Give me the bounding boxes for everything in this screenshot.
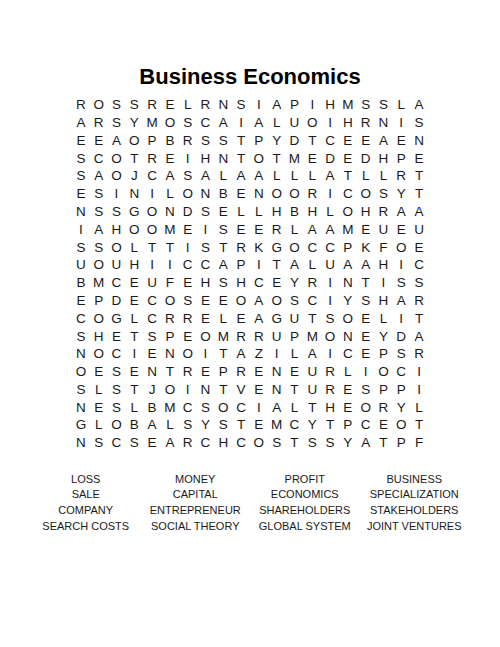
grid-cell[interactable]: E bbox=[392, 221, 410, 239]
grid-cell[interactable]: N bbox=[197, 381, 215, 399]
grid-cell[interactable]: O bbox=[143, 221, 161, 239]
grid-cell[interactable]: T bbox=[286, 434, 304, 452]
grid-cell[interactable]: L bbox=[179, 96, 197, 114]
grid-cell[interactable]: O bbox=[214, 399, 232, 417]
grid-cell[interactable]: M bbox=[161, 399, 179, 417]
grid-cell[interactable]: S bbox=[410, 274, 428, 292]
grid-cell[interactable]: C bbox=[108, 434, 126, 452]
grid-cell[interactable]: E bbox=[108, 327, 126, 345]
grid-cell[interactable]: N bbox=[375, 114, 393, 132]
grid-cell[interactable]: P bbox=[339, 238, 357, 256]
grid-cell[interactable]: Y bbox=[303, 416, 321, 434]
grid-cell[interactable]: S bbox=[286, 292, 304, 310]
grid-cell[interactable]: E bbox=[90, 132, 108, 150]
grid-cell[interactable]: K bbox=[357, 238, 375, 256]
grid-cell[interactable]: H bbox=[375, 149, 393, 167]
grid-cell[interactable]: O bbox=[250, 434, 268, 452]
grid-cell[interactable]: A bbox=[250, 292, 268, 310]
grid-cell[interactable]: D bbox=[286, 132, 304, 150]
grid-cell[interactable]: P bbox=[232, 256, 250, 274]
grid-cell[interactable]: R bbox=[90, 114, 108, 132]
grid-cell[interactable]: U bbox=[143, 274, 161, 292]
grid-cell[interactable]: E bbox=[357, 310, 375, 328]
grid-cell[interactable]: F bbox=[375, 238, 393, 256]
grid-cell[interactable]: I bbox=[143, 256, 161, 274]
grid-cell[interactable]: R bbox=[143, 96, 161, 114]
grid-cell[interactable]: L bbox=[161, 416, 179, 434]
grid-cell[interactable]: R bbox=[232, 363, 250, 381]
grid-cell[interactable]: O bbox=[90, 256, 108, 274]
grid-cell[interactable]: I bbox=[321, 185, 339, 203]
grid-cell[interactable]: T bbox=[375, 434, 393, 452]
grid-cell[interactable]: G bbox=[108, 310, 126, 328]
grid-cell[interactable]: U bbox=[268, 327, 286, 345]
grid-cell[interactable]: G bbox=[268, 310, 286, 328]
grid-cell[interactable]: P bbox=[161, 327, 179, 345]
grid-cell[interactable]: T bbox=[410, 167, 428, 185]
grid-cell[interactable]: R bbox=[179, 434, 197, 452]
grid-cell[interactable]: L bbox=[303, 167, 321, 185]
grid-cell[interactable]: M bbox=[161, 221, 179, 239]
grid-cell[interactable]: O bbox=[339, 310, 357, 328]
grid-cell[interactable]: V bbox=[232, 381, 250, 399]
grid-cell[interactable]: N bbox=[339, 274, 357, 292]
grid-cell[interactable]: S bbox=[303, 434, 321, 452]
grid-cell[interactable]: S bbox=[108, 381, 126, 399]
grid-cell[interactable]: N bbox=[268, 381, 286, 399]
grid-cell[interactable]: C bbox=[339, 345, 357, 363]
grid-cell[interactable]: A bbox=[268, 399, 286, 417]
grid-cell[interactable]: I bbox=[250, 256, 268, 274]
grid-cell[interactable]: T bbox=[410, 416, 428, 434]
grid-cell[interactable]: L bbox=[90, 381, 108, 399]
grid-cell[interactable]: T bbox=[303, 132, 321, 150]
grid-cell[interactable]: N bbox=[143, 363, 161, 381]
grid-cell[interactable]: U bbox=[286, 114, 304, 132]
grid-cell[interactable]: R bbox=[250, 327, 268, 345]
grid-cell[interactable]: D bbox=[108, 292, 126, 310]
grid-cell[interactable]: D bbox=[321, 149, 339, 167]
grid-cell[interactable]: E bbox=[392, 132, 410, 150]
grid-cell[interactable]: T bbox=[303, 310, 321, 328]
grid-cell[interactable]: E bbox=[339, 149, 357, 167]
grid-cell[interactable]: E bbox=[214, 203, 232, 221]
grid-cell[interactable]: I bbox=[179, 238, 197, 256]
grid-cell[interactable]: H bbox=[303, 203, 321, 221]
grid-cell[interactable]: A bbox=[357, 256, 375, 274]
grid-cell[interactable]: B bbox=[125, 416, 143, 434]
grid-cell[interactable]: I bbox=[250, 399, 268, 417]
grid-cell[interactable]: R bbox=[410, 292, 428, 310]
grid-cell[interactable]: E bbox=[197, 292, 215, 310]
grid-cell[interactable]: A bbox=[90, 221, 108, 239]
grid-cell[interactable]: P bbox=[339, 416, 357, 434]
grid-cell[interactable]: S bbox=[214, 132, 232, 150]
grid-cell[interactable]: Y bbox=[375, 327, 393, 345]
grid-cell[interactable]: A bbox=[410, 96, 428, 114]
grid-cell[interactable]: B bbox=[214, 185, 232, 203]
grid-cell[interactable]: A bbox=[250, 310, 268, 328]
grid-cell[interactable]: P bbox=[392, 434, 410, 452]
grid-cell[interactable]: N bbox=[268, 363, 286, 381]
grid-cell[interactable]: S bbox=[197, 238, 215, 256]
grid-cell[interactable]: N bbox=[339, 327, 357, 345]
grid-cell[interactable]: S bbox=[72, 238, 90, 256]
grid-cell[interactable]: E bbox=[250, 221, 268, 239]
grid-cell[interactable]: E bbox=[214, 292, 232, 310]
grid-cell[interactable]: P bbox=[143, 132, 161, 150]
grid-cell[interactable]: O bbox=[90, 96, 108, 114]
grid-cell[interactable]: M bbox=[286, 149, 304, 167]
grid-cell[interactable]: N bbox=[410, 132, 428, 150]
grid-cell[interactable]: I bbox=[179, 381, 197, 399]
grid-cell[interactable]: A bbox=[410, 203, 428, 221]
grid-cell[interactable]: S bbox=[214, 416, 232, 434]
grid-cell[interactable]: T bbox=[357, 274, 375, 292]
grid-cell[interactable]: A bbox=[214, 114, 232, 132]
grid-cell[interactable]: C bbox=[357, 416, 375, 434]
grid-cell[interactable]: J bbox=[143, 381, 161, 399]
grid-cell[interactable]: M bbox=[339, 221, 357, 239]
grid-cell[interactable]: P bbox=[286, 96, 304, 114]
grid-cell[interactable]: R bbox=[375, 399, 393, 417]
grid-cell[interactable]: B bbox=[72, 274, 90, 292]
grid-cell[interactable]: S bbox=[108, 203, 126, 221]
grid-cell[interactable]: L bbox=[286, 167, 304, 185]
grid-cell[interactable]: C bbox=[108, 345, 126, 363]
grid-cell[interactable]: S bbox=[197, 399, 215, 417]
grid-cell[interactable]: Y bbox=[286, 274, 304, 292]
grid-cell[interactable]: S bbox=[179, 114, 197, 132]
grid-cell[interactable]: H bbox=[375, 256, 393, 274]
grid-cell[interactable]: I bbox=[357, 363, 375, 381]
grid-cell[interactable]: E bbox=[143, 345, 161, 363]
grid-cell[interactable]: Y bbox=[392, 399, 410, 417]
grid-cell[interactable]: M bbox=[143, 114, 161, 132]
grid-cell[interactable]: C bbox=[90, 149, 108, 167]
grid-cell[interactable]: I bbox=[108, 185, 126, 203]
grid-cell[interactable]: E bbox=[339, 132, 357, 150]
grid-cell[interactable]: M bbox=[339, 96, 357, 114]
grid-cell[interactable]: E bbox=[410, 238, 428, 256]
grid-cell[interactable]: S bbox=[214, 274, 232, 292]
grid-cell[interactable]: R bbox=[161, 310, 179, 328]
grid-cell[interactable]: U bbox=[286, 310, 304, 328]
grid-cell[interactable]: N bbox=[72, 434, 90, 452]
grid-cell[interactable]: I bbox=[321, 274, 339, 292]
grid-cell[interactable]: E bbox=[268, 274, 286, 292]
grid-cell[interactable]: E bbox=[72, 132, 90, 150]
grid-cell[interactable]: H bbox=[268, 203, 286, 221]
grid-cell[interactable]: O bbox=[179, 345, 197, 363]
grid-cell[interactable]: Y bbox=[392, 185, 410, 203]
grid-cell[interactable]: E bbox=[197, 310, 215, 328]
grid-cell[interactable]: O bbox=[321, 327, 339, 345]
grid-cell[interactable]: E bbox=[90, 399, 108, 417]
grid-cell[interactable]: H bbox=[125, 256, 143, 274]
grid-cell[interactable]: E bbox=[161, 96, 179, 114]
grid-cell[interactable]: S bbox=[357, 292, 375, 310]
grid-cell[interactable]: T bbox=[286, 381, 304, 399]
grid-cell[interactable]: R bbox=[303, 185, 321, 203]
grid-cell[interactable]: R bbox=[179, 132, 197, 150]
grid-cell[interactable]: H bbox=[321, 399, 339, 417]
grid-cell[interactable]: R bbox=[179, 363, 197, 381]
grid-cell[interactable]: P bbox=[286, 327, 304, 345]
grid-cell[interactable]: E bbox=[375, 416, 393, 434]
grid-cell[interactable]: O bbox=[161, 381, 179, 399]
grid-cell[interactable]: I bbox=[321, 345, 339, 363]
grid-cell[interactable]: I bbox=[268, 345, 286, 363]
grid-cell[interactable]: H bbox=[214, 434, 232, 452]
grid-cell[interactable]: I bbox=[303, 96, 321, 114]
grid-cell[interactable]: A bbox=[214, 256, 232, 274]
grid-cell[interactable]: S bbox=[90, 434, 108, 452]
grid-cell[interactable]: N bbox=[72, 345, 90, 363]
grid-cell[interactable]: T bbox=[410, 185, 428, 203]
grid-cell[interactable]: Y bbox=[125, 114, 143, 132]
grid-cell[interactable]: R bbox=[72, 96, 90, 114]
grid-cell[interactable]: S bbox=[214, 221, 232, 239]
grid-cell[interactable]: L bbox=[375, 167, 393, 185]
grid-cell[interactable]: J bbox=[125, 167, 143, 185]
grid-cell[interactable]: A bbox=[232, 345, 250, 363]
grid-cell[interactable]: I bbox=[179, 149, 197, 167]
grid-cell[interactable]: S bbox=[125, 96, 143, 114]
grid-cell[interactable]: A bbox=[339, 256, 357, 274]
grid-cell[interactable]: O bbox=[179, 185, 197, 203]
grid-cell[interactable]: I bbox=[250, 96, 268, 114]
grid-cell[interactable]: S bbox=[375, 185, 393, 203]
grid-cell[interactable]: O bbox=[339, 203, 357, 221]
grid-cell[interactable]: E bbox=[179, 274, 197, 292]
grid-cell[interactable]: L bbox=[357, 167, 375, 185]
grid-cell[interactable]: L bbox=[268, 114, 286, 132]
grid-cell[interactable]: I bbox=[375, 274, 393, 292]
grid-cell[interactable]: R bbox=[232, 327, 250, 345]
grid-cell[interactable]: E bbox=[232, 310, 250, 328]
grid-cell[interactable]: L bbox=[339, 363, 357, 381]
grid-cell[interactable]: U bbox=[303, 363, 321, 381]
grid-cell[interactable]: L bbox=[303, 256, 321, 274]
grid-cell[interactable]: E bbox=[179, 327, 197, 345]
grid-cell[interactable]: E bbox=[143, 434, 161, 452]
grid-cell[interactable]: O bbox=[161, 292, 179, 310]
grid-cell[interactable]: O bbox=[72, 363, 90, 381]
grid-cell[interactable]: O bbox=[197, 327, 215, 345]
grid-cell[interactable]: T bbox=[339, 167, 357, 185]
grid-cell[interactable]: T bbox=[125, 149, 143, 167]
grid-cell[interactable]: C bbox=[143, 292, 161, 310]
grid-cell[interactable]: T bbox=[214, 381, 232, 399]
grid-cell[interactable]: M bbox=[303, 327, 321, 345]
grid-cell[interactable]: S bbox=[72, 381, 90, 399]
grid-cell[interactable]: N bbox=[72, 399, 90, 417]
grid-cell[interactable]: S bbox=[108, 114, 126, 132]
grid-cell[interactable]: T bbox=[321, 416, 339, 434]
grid-cell[interactable]: C bbox=[197, 256, 215, 274]
grid-cell[interactable]: I bbox=[72, 221, 90, 239]
grid-cell[interactable]: O bbox=[250, 149, 268, 167]
grid-cell[interactable]: Y bbox=[197, 416, 215, 434]
grid-cell[interactable]: M bbox=[90, 274, 108, 292]
grid-cell[interactable]: E bbox=[410, 149, 428, 167]
grid-cell[interactable]: H bbox=[90, 327, 108, 345]
grid-cell[interactable]: B bbox=[161, 132, 179, 150]
grid-cell[interactable]: T bbox=[268, 256, 286, 274]
grid-cell[interactable]: O bbox=[375, 363, 393, 381]
grid-cell[interactable]: I bbox=[392, 114, 410, 132]
grid-cell[interactable]: T bbox=[143, 238, 161, 256]
grid-cell[interactable]: L bbox=[268, 167, 286, 185]
grid-cell[interactable]: C bbox=[197, 434, 215, 452]
grid-cell[interactable]: Z bbox=[250, 345, 268, 363]
grid-cell[interactable]: U bbox=[303, 381, 321, 399]
grid-cell[interactable]: S bbox=[357, 96, 375, 114]
grid-cell[interactable]: U bbox=[375, 221, 393, 239]
grid-cell[interactable]: I bbox=[125, 345, 143, 363]
grid-cell[interactable]: O bbox=[143, 203, 161, 221]
grid-cell[interactable]: R bbox=[410, 345, 428, 363]
grid-cell[interactable]: R bbox=[268, 221, 286, 239]
grid-cell[interactable]: P bbox=[375, 381, 393, 399]
grid-cell[interactable]: P bbox=[375, 345, 393, 363]
grid-cell[interactable]: R bbox=[357, 114, 375, 132]
grid-cell[interactable]: O bbox=[392, 238, 410, 256]
grid-cell[interactable]: D bbox=[392, 327, 410, 345]
grid-cell[interactable]: T bbox=[214, 238, 232, 256]
grid-cell[interactable]: E bbox=[339, 381, 357, 399]
grid-cell[interactable]: C bbox=[143, 310, 161, 328]
grid-cell[interactable]: O bbox=[161, 114, 179, 132]
grid-cell[interactable]: S bbox=[179, 416, 197, 434]
grid-cell[interactable]: A bbox=[303, 345, 321, 363]
grid-cell[interactable]: C bbox=[321, 238, 339, 256]
grid-cell[interactable]: A bbox=[143, 416, 161, 434]
grid-cell[interactable]: I bbox=[410, 381, 428, 399]
grid-cell[interactable]: R bbox=[143, 149, 161, 167]
grid-cell[interactable]: G bbox=[268, 238, 286, 256]
grid-cell[interactable]: H bbox=[108, 221, 126, 239]
grid-cell[interactable]: I bbox=[197, 221, 215, 239]
grid-cell[interactable]: E bbox=[90, 363, 108, 381]
grid-cell[interactable]: K bbox=[250, 238, 268, 256]
grid-cell[interactable]: E bbox=[286, 363, 304, 381]
grid-cell[interactable]: N bbox=[72, 203, 90, 221]
grid-cell[interactable]: F bbox=[410, 434, 428, 452]
grid-cell[interactable]: O bbox=[108, 238, 126, 256]
grid-cell[interactable]: A bbox=[286, 256, 304, 274]
grid-cell[interactable]: E bbox=[357, 132, 375, 150]
grid-cell[interactable]: A bbox=[90, 167, 108, 185]
grid-cell[interactable]: E bbox=[125, 292, 143, 310]
grid-cell[interactable]: S bbox=[143, 327, 161, 345]
grid-cell[interactable]: A bbox=[375, 132, 393, 150]
grid-cell[interactable]: L bbox=[321, 203, 339, 221]
grid-cell[interactable]: E bbox=[357, 221, 375, 239]
grid-cell[interactable]: D bbox=[179, 203, 197, 221]
grid-cell[interactable]: C bbox=[197, 114, 215, 132]
grid-cell[interactable]: C bbox=[303, 292, 321, 310]
grid-cell[interactable]: E bbox=[250, 381, 268, 399]
grid-cell[interactable]: S bbox=[268, 434, 286, 452]
grid-cell[interactable]: T bbox=[232, 416, 250, 434]
grid-cell[interactable]: R bbox=[375, 203, 393, 221]
grid-cell[interactable]: T bbox=[125, 381, 143, 399]
grid-cell[interactable]: R bbox=[179, 310, 197, 328]
grid-cell[interactable]: U bbox=[410, 221, 428, 239]
grid-cell[interactable]: L bbox=[410, 399, 428, 417]
grid-cell[interactable]: C bbox=[179, 256, 197, 274]
grid-cell[interactable]: P bbox=[392, 381, 410, 399]
grid-cell[interactable]: S bbox=[90, 185, 108, 203]
grid-cell[interactable]: O bbox=[232, 292, 250, 310]
grid-cell[interactable]: A bbox=[108, 132, 126, 150]
grid-cell[interactable]: L bbox=[392, 96, 410, 114]
grid-cell[interactable]: S bbox=[232, 96, 250, 114]
grid-cell[interactable]: S bbox=[72, 167, 90, 185]
grid-cell[interactable]: I bbox=[161, 256, 179, 274]
grid-cell[interactable]: H bbox=[232, 274, 250, 292]
grid-cell[interactable]: S bbox=[179, 292, 197, 310]
grid-cell[interactable]: U bbox=[108, 256, 126, 274]
grid-cell[interactable]: S bbox=[392, 345, 410, 363]
grid-cell[interactable]: U bbox=[72, 256, 90, 274]
grid-cell[interactable]: R bbox=[303, 274, 321, 292]
grid-cell[interactable]: T bbox=[232, 149, 250, 167]
grid-cell[interactable]: M bbox=[214, 327, 232, 345]
grid-cell[interactable]: L bbox=[286, 399, 304, 417]
grid-cell[interactable]: T bbox=[303, 399, 321, 417]
grid-cell[interactable]: B bbox=[286, 203, 304, 221]
grid-cell[interactable]: T bbox=[268, 149, 286, 167]
grid-cell[interactable]: I bbox=[321, 114, 339, 132]
grid-cell[interactable]: O bbox=[108, 167, 126, 185]
grid-cell[interactable]: T bbox=[410, 310, 428, 328]
grid-cell[interactable]: F bbox=[161, 274, 179, 292]
grid-cell[interactable]: C bbox=[321, 132, 339, 150]
grid-cell[interactable]: S bbox=[321, 434, 339, 452]
grid-cell[interactable]: N bbox=[197, 185, 215, 203]
grid-cell[interactable]: S bbox=[72, 327, 90, 345]
grid-cell[interactable]: A bbox=[303, 221, 321, 239]
grid-cell[interactable]: T bbox=[161, 238, 179, 256]
grid-cell[interactable]: R bbox=[321, 363, 339, 381]
grid-cell[interactable]: E bbox=[125, 363, 143, 381]
grid-cell[interactable]: R bbox=[197, 96, 215, 114]
grid-cell[interactable]: L bbox=[125, 399, 143, 417]
grid-cell[interactable]: O bbox=[268, 185, 286, 203]
grid-cell[interactable]: A bbox=[250, 114, 268, 132]
grid-cell[interactable]: L bbox=[214, 310, 232, 328]
grid-cell[interactable]: P bbox=[392, 149, 410, 167]
grid-cell[interactable]: C bbox=[143, 167, 161, 185]
grid-cell[interactable]: I bbox=[143, 185, 161, 203]
grid-cell[interactable]: C bbox=[339, 185, 357, 203]
grid-cell[interactable]: A bbox=[161, 434, 179, 452]
grid-cell[interactable]: H bbox=[357, 203, 375, 221]
grid-cell[interactable]: S bbox=[197, 203, 215, 221]
grid-cell[interactable]: S bbox=[357, 381, 375, 399]
grid-cell[interactable]: S bbox=[375, 96, 393, 114]
grid-cell[interactable]: O bbox=[125, 132, 143, 150]
grid-cell[interactable]: E bbox=[250, 363, 268, 381]
grid-cell[interactable]: L bbox=[250, 203, 268, 221]
grid-cell[interactable]: E bbox=[72, 292, 90, 310]
grid-cell[interactable]: S bbox=[108, 399, 126, 417]
grid-cell[interactable]: I bbox=[392, 310, 410, 328]
grid-cell[interactable]: S bbox=[410, 114, 428, 132]
